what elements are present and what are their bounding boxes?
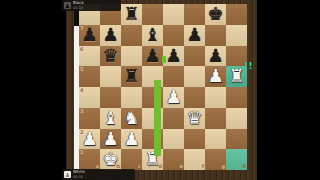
rank-label-1: 1 xyxy=(80,150,83,155)
square-h4[interactable] xyxy=(226,87,247,108)
black-pawn-g6[interactable]: ♟ xyxy=(205,46,226,67)
square-f2[interactable] xyxy=(184,129,205,150)
square-g8[interactable]: ♚ xyxy=(205,4,226,25)
square-g3[interactable] xyxy=(205,108,226,129)
evaluation-bar xyxy=(74,6,79,169)
square-h7[interactable] xyxy=(226,25,247,46)
square-c5[interactable]: ♜ xyxy=(121,66,142,87)
square-e8[interactable] xyxy=(163,4,184,25)
square-c2[interactable]: ♟ xyxy=(121,129,142,150)
square-d6[interactable]: ♟ xyxy=(142,46,163,67)
square-c8[interactable]: ♜ xyxy=(121,4,142,25)
square-g5[interactable]: ♟ xyxy=(205,66,226,87)
evaluation-bar-white-segment xyxy=(74,26,79,169)
square-b3[interactable]: ♝ xyxy=(100,108,121,129)
rank-label-3: 3 xyxy=(80,109,83,114)
square-c6[interactable] xyxy=(121,46,142,67)
square-e2[interactable] xyxy=(163,129,184,150)
file-label-h: h xyxy=(242,164,246,169)
square-c3[interactable]: ♞ xyxy=(121,108,142,129)
black-rook-c8[interactable]: ♜ xyxy=(121,4,142,25)
square-b1[interactable]: b♚ xyxy=(100,149,121,170)
square-h2[interactable] xyxy=(226,129,247,150)
file-label-f: f xyxy=(202,164,204,169)
square-e3[interactable] xyxy=(163,108,184,129)
square-e4[interactable]: ♟ xyxy=(163,87,184,108)
square-a2[interactable]: 2♟ xyxy=(79,129,100,150)
square-f8[interactable] xyxy=(184,4,205,25)
black-pawn-b7[interactable]: ♟ xyxy=(100,25,121,46)
square-d7[interactable]: ♝ xyxy=(142,25,163,46)
square-e6[interactable]: ♟ xyxy=(163,46,184,67)
black-player-avatar-icon: ♟ xyxy=(64,2,71,9)
file-label-e: e xyxy=(180,164,183,169)
chess-board[interactable]: 8♜♚7♟♟♝♟6♛♟♟♟5♜♟♜4♟3♝♞♛2♟♟♟1ab♚cd♜efgh xyxy=(79,4,247,170)
square-f4[interactable] xyxy=(184,87,205,108)
black-pawn-f7[interactable]: ♟ xyxy=(184,25,205,46)
square-g1[interactable]: g xyxy=(205,149,226,170)
black-king-g8[interactable]: ♚ xyxy=(205,4,226,25)
square-a4[interactable]: 4 xyxy=(79,87,100,108)
brilliant-move-annotation: !! xyxy=(244,62,253,71)
square-a5[interactable]: 5 xyxy=(79,66,100,87)
white-knight-c3[interactable]: ♞ xyxy=(121,108,142,129)
white-pawn-a2[interactable]: ♟ xyxy=(79,129,100,150)
white-player-clock: 00:10 xyxy=(73,175,85,179)
square-c7[interactable] xyxy=(121,25,142,46)
square-c1[interactable]: c xyxy=(121,149,142,170)
square-f6[interactable] xyxy=(184,46,205,67)
black-pawn-d6[interactable]: ♟ xyxy=(142,46,163,67)
file-label-g: g xyxy=(221,164,225,169)
square-f5[interactable] xyxy=(184,66,205,87)
square-f7[interactable]: ♟ xyxy=(184,25,205,46)
black-pawn-e6[interactable]: ♟ xyxy=(163,46,184,67)
square-a7[interactable]: 7♟ xyxy=(79,25,100,46)
square-h1[interactable]: h xyxy=(226,149,247,170)
last-move-arrow-head xyxy=(162,56,166,63)
square-b2[interactable]: ♟ xyxy=(100,129,121,150)
square-g6[interactable]: ♟ xyxy=(205,46,226,67)
square-c4[interactable] xyxy=(121,87,142,108)
rank-label-4: 4 xyxy=(80,88,83,93)
player-bar-top: ♟ Black 00:10 xyxy=(62,0,121,11)
white-pawn-g5[interactable]: ♟ xyxy=(205,66,226,87)
square-a1[interactable]: 1a xyxy=(79,149,100,170)
black-pawn-a7[interactable]: ♟ xyxy=(79,25,100,46)
white-queen-f3[interactable]: ♛ xyxy=(184,108,205,129)
square-f1[interactable]: f xyxy=(184,149,205,170)
rank-label-6: 6 xyxy=(80,47,83,52)
last-move-arrow xyxy=(154,80,161,156)
square-b6[interactable]: ♛ xyxy=(100,46,121,67)
square-e5[interactable] xyxy=(163,66,184,87)
white-bishop-b3[interactable]: ♝ xyxy=(100,108,121,129)
black-rook-c5[interactable]: ♜ xyxy=(121,66,142,87)
square-h8[interactable] xyxy=(226,4,247,25)
black-queen-b6[interactable]: ♛ xyxy=(100,46,121,67)
white-pawn-c2[interactable]: ♟ xyxy=(121,129,142,150)
black-player-clock: 00:10 xyxy=(73,6,84,10)
square-e1[interactable]: e xyxy=(163,149,184,170)
square-b7[interactable]: ♟ xyxy=(100,25,121,46)
square-e7[interactable] xyxy=(163,25,184,46)
square-a3[interactable]: 3 xyxy=(79,108,100,129)
white-player-avatar-icon: ♟ xyxy=(64,171,71,178)
white-king-b1[interactable]: ♚ xyxy=(100,149,121,170)
square-a6[interactable]: 6 xyxy=(79,46,100,67)
black-bishop-d7[interactable]: ♝ xyxy=(142,25,163,46)
white-pawn-e4[interactable]: ♟ xyxy=(163,87,184,108)
square-f3[interactable]: ♛ xyxy=(184,108,205,129)
square-g2[interactable] xyxy=(205,129,226,150)
square-g4[interactable] xyxy=(205,87,226,108)
square-d8[interactable] xyxy=(142,4,163,25)
square-b4[interactable] xyxy=(100,87,121,108)
file-label-c: c xyxy=(138,164,141,169)
white-pawn-b2[interactable]: ♟ xyxy=(100,129,121,150)
rank-label-5: 5 xyxy=(80,67,83,72)
player-bar-bottom: ♟ White 00:10 xyxy=(62,169,135,180)
square-b5[interactable] xyxy=(100,66,121,87)
square-h3[interactable] xyxy=(226,108,247,129)
square-g7[interactable] xyxy=(205,25,226,46)
